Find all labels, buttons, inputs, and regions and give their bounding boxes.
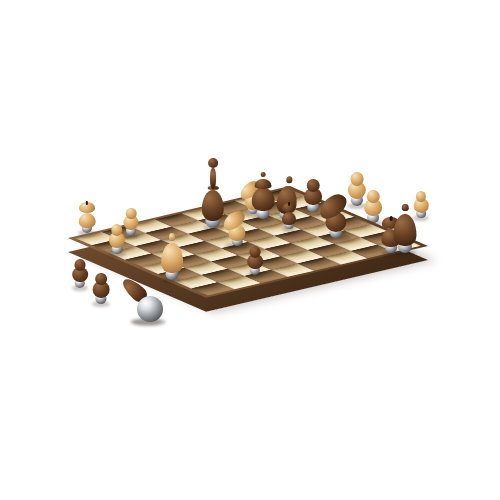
piece-walnut-pawn[interactable] (91, 273, 110, 304)
product-photo-stage (0, 0, 500, 500)
piece-walnut-tipped[interactable] (128, 280, 164, 322)
piece-walnut-queen[interactable] (252, 172, 275, 219)
piece-walnut-bishop[interactable] (394, 203, 417, 253)
piece-maple-pawn[interactable] (108, 224, 127, 254)
piece-walnut-king[interactable] (203, 158, 224, 228)
piece-walnut-pawn[interactable] (246, 246, 264, 275)
piece-walnut-pawn[interactable] (71, 259, 89, 288)
piece-walnut-knight[interactable] (320, 197, 353, 238)
piece-walnut-rook[interactable] (281, 202, 297, 229)
piece-maple-knight[interactable] (224, 213, 250, 246)
piece-maple-rook[interactable] (78, 201, 97, 233)
piece-maple-bishop[interactable] (161, 233, 183, 280)
